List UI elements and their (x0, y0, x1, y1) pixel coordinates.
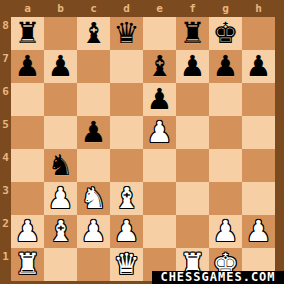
black-rook[interactable]: ♜ (176, 17, 209, 50)
white-pawn[interactable]: ♟ (209, 215, 242, 248)
square-a6[interactable] (11, 83, 44, 116)
square-h6[interactable] (242, 83, 275, 116)
square-e2[interactable] (143, 215, 176, 248)
white-pawn[interactable]: ♟ (77, 215, 110, 248)
square-g5[interactable] (209, 116, 242, 149)
white-rook[interactable]: ♜ (11, 248, 44, 281)
black-rook[interactable]: ♜ (11, 17, 44, 50)
file-label-f: f (176, 2, 209, 15)
file-label-h: h (242, 2, 275, 15)
black-pawn[interactable]: ♟ (143, 83, 176, 116)
square-c2[interactable]: ♟ (77, 215, 110, 248)
file-label-e: e (143, 2, 176, 15)
square-f5[interactable] (176, 116, 209, 149)
square-b1[interactable] (44, 248, 77, 281)
rank-label-8: 8 (0, 19, 11, 33)
white-pawn[interactable]: ♟ (44, 182, 77, 215)
square-e6[interactable]: ♟ (143, 83, 176, 116)
rank-label-6: 6 (0, 85, 11, 99)
black-knight[interactable]: ♞ (44, 149, 77, 182)
black-pawn[interactable]: ♟ (44, 50, 77, 83)
square-d1[interactable]: ♛ (110, 248, 143, 281)
square-g4[interactable] (209, 149, 242, 182)
square-c4[interactable] (77, 149, 110, 182)
square-f3[interactable] (176, 182, 209, 215)
square-d6[interactable] (110, 83, 143, 116)
black-king[interactable]: ♚ (209, 17, 242, 50)
square-d5[interactable] (110, 116, 143, 149)
square-f4[interactable] (176, 149, 209, 182)
file-label-g: g (209, 2, 242, 15)
square-a5[interactable] (11, 116, 44, 149)
black-pawn[interactable]: ♟ (176, 50, 209, 83)
chess-board: ♜♝♛♜♚♟♟♝♟♟♟♟♟♟♞♟♞♝♟♝♟♟♟♟♜♛♜♚ (11, 17, 275, 281)
square-b8[interactable] (44, 17, 77, 50)
white-bishop[interactable]: ♝ (44, 215, 77, 248)
square-h8[interactable] (242, 17, 275, 50)
square-c6[interactable] (77, 83, 110, 116)
square-d3[interactable]: ♝ (110, 182, 143, 215)
square-h7[interactable]: ♟ (242, 50, 275, 83)
black-bishop[interactable]: ♝ (77, 17, 110, 50)
square-a1[interactable]: ♜ (11, 248, 44, 281)
black-pawn[interactable]: ♟ (242, 50, 275, 83)
white-pawn[interactable]: ♟ (11, 215, 44, 248)
black-bishop[interactable]: ♝ (143, 50, 176, 83)
square-d2[interactable]: ♟ (110, 215, 143, 248)
file-label-b: b (44, 2, 77, 15)
square-c7[interactable] (77, 50, 110, 83)
square-g3[interactable] (209, 182, 242, 215)
rank-label-2: 2 (0, 217, 11, 231)
square-b6[interactable] (44, 83, 77, 116)
square-f2[interactable] (176, 215, 209, 248)
square-e7[interactable]: ♝ (143, 50, 176, 83)
square-g2[interactable]: ♟ (209, 215, 242, 248)
rank-label-4: 4 (0, 151, 11, 165)
rank-label-3: 3 (0, 184, 11, 198)
black-pawn[interactable]: ♟ (11, 50, 44, 83)
square-a8[interactable]: ♜ (11, 17, 44, 50)
white-knight[interactable]: ♞ (77, 182, 110, 215)
square-c5[interactable]: ♟ (77, 116, 110, 149)
rank-label-5: 5 (0, 118, 11, 132)
square-f8[interactable]: ♜ (176, 17, 209, 50)
square-c1[interactable] (77, 248, 110, 281)
square-c3[interactable]: ♞ (77, 182, 110, 215)
square-f6[interactable] (176, 83, 209, 116)
square-b5[interactable] (44, 116, 77, 149)
square-e4[interactable] (143, 149, 176, 182)
rank-label-1: 1 (0, 250, 11, 264)
file-label-c: c (77, 2, 110, 15)
square-a2[interactable]: ♟ (11, 215, 44, 248)
square-b3[interactable]: ♟ (44, 182, 77, 215)
square-a3[interactable] (11, 182, 44, 215)
square-e8[interactable] (143, 17, 176, 50)
square-h3[interactable] (242, 182, 275, 215)
square-d7[interactable] (110, 50, 143, 83)
white-bishop[interactable]: ♝ (110, 182, 143, 215)
black-pawn[interactable]: ♟ (209, 50, 242, 83)
square-g8[interactable]: ♚ (209, 17, 242, 50)
black-queen[interactable]: ♛ (110, 17, 143, 50)
square-d8[interactable]: ♛ (110, 17, 143, 50)
white-pawn[interactable]: ♟ (143, 116, 176, 149)
square-h4[interactable] (242, 149, 275, 182)
square-g6[interactable] (209, 83, 242, 116)
chessgames-watermark: CHESSGAMES.COM (152, 271, 284, 284)
square-b2[interactable]: ♝ (44, 215, 77, 248)
square-d4[interactable] (110, 149, 143, 182)
square-f7[interactable]: ♟ (176, 50, 209, 83)
square-g7[interactable]: ♟ (209, 50, 242, 83)
white-pawn[interactable]: ♟ (110, 215, 143, 248)
square-b7[interactable]: ♟ (44, 50, 77, 83)
square-a4[interactable] (11, 149, 44, 182)
rank-label-7: 7 (0, 52, 11, 66)
file-label-a: a (11, 2, 44, 15)
file-label-d: d (110, 2, 143, 15)
square-a7[interactable]: ♟ (11, 50, 44, 83)
square-h5[interactable] (242, 116, 275, 149)
chess-diagram: ♜♝♛♜♚♟♟♝♟♟♟♟♟♟♞♟♞♝♟♝♟♟♟♟♜♛♜♚ CHESSGAMES.… (0, 0, 284, 284)
square-e5[interactable]: ♟ (143, 116, 176, 149)
white-pawn[interactable]: ♟ (242, 215, 275, 248)
black-pawn[interactable]: ♟ (77, 116, 110, 149)
square-c8[interactable]: ♝ (77, 17, 110, 50)
square-e3[interactable] (143, 182, 176, 215)
square-h2[interactable]: ♟ (242, 215, 275, 248)
white-queen[interactable]: ♛ (110, 248, 143, 281)
square-b4[interactable]: ♞ (44, 149, 77, 182)
